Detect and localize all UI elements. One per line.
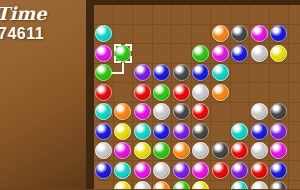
- cell-r1-c7[interactable]: [211, 5, 231, 25]
- black-ball[interactable]: [212, 142, 229, 159]
- black-ball[interactable]: [173, 64, 190, 81]
- cell-r4-c8[interactable]: [231, 64, 251, 84]
- selection-corner-br: [125, 56, 132, 63]
- red-ball[interactable]: [212, 162, 229, 179]
- silver-ball[interactable]: [95, 142, 112, 159]
- cell-r2-c3[interactable]: [133, 25, 153, 45]
- selection-marker: [114, 44, 134, 64]
- magenta-ball[interactable]: [212, 45, 229, 62]
- cell-r2-c11[interactable]: [289, 25, 300, 45]
- cell-r6-c8[interactable]: [231, 103, 251, 123]
- cyan-ball[interactable]: [231, 123, 248, 140]
- cell-r2-c6[interactable]: [192, 25, 212, 45]
- cell-r10-c7[interactable]: [211, 181, 231, 190]
- selection-corner-tr: [125, 44, 132, 51]
- board-frame: [86, 0, 300, 189]
- black-ball[interactable]: [192, 123, 209, 140]
- time-label: Time: [0, 3, 47, 24]
- cell-r3-c3[interactable]: [133, 44, 153, 64]
- cell-r1-c2[interactable]: [114, 5, 134, 25]
- red-ball[interactable]: [134, 84, 151, 101]
- cyan-ball[interactable]: [134, 123, 151, 140]
- cell-r5-c11[interactable]: [289, 83, 300, 103]
- cyan-ball[interactable]: [114, 162, 131, 179]
- cell-r2-c4[interactable]: [153, 25, 173, 45]
- magenta-ball[interactable]: [134, 103, 151, 120]
- time-value: 74611: [0, 25, 44, 43]
- red-ball[interactable]: [173, 84, 190, 101]
- blue-ball[interactable]: [251, 123, 268, 140]
- silver-ball[interactable]: [251, 103, 268, 120]
- cell-r1-c8[interactable]: [231, 5, 251, 25]
- green-ball[interactable]: [95, 64, 112, 81]
- game-screen: Time 74611: [0, 0, 300, 189]
- cell-r1-c10[interactable]: [270, 5, 290, 25]
- blue-ball[interactable]: [270, 162, 287, 179]
- game-board[interactable]: [94, 5, 300, 189]
- cell-r1-c6[interactable]: [192, 5, 212, 25]
- cell-r7-c7[interactable]: [211, 122, 231, 142]
- cell-r10-c11[interactable]: [289, 181, 300, 190]
- cell-r6-c7[interactable]: [211, 103, 231, 123]
- selection-corner-bl: [114, 56, 121, 63]
- silver-ball[interactable]: [192, 84, 209, 101]
- cell-r5-c8[interactable]: [231, 83, 251, 103]
- orange-ball[interactable]: [212, 84, 229, 101]
- red-ball[interactable]: [95, 84, 112, 101]
- cell-r4-c11[interactable]: [289, 64, 300, 84]
- magenta-ball[interactable]: [134, 162, 151, 179]
- green-ball[interactable]: [173, 181, 190, 189]
- cell-r1-c11[interactable]: [289, 5, 300, 25]
- black-ball[interactable]: [173, 103, 190, 120]
- blue-ball[interactable]: [153, 123, 170, 140]
- cell-r2-c2[interactable]: [114, 25, 134, 45]
- cell-r1-c4[interactable]: [153, 5, 173, 25]
- silver-ball[interactable]: [251, 181, 268, 189]
- cell-r1-c5[interactable]: [172, 5, 192, 25]
- cell-r5-c9[interactable]: [250, 83, 270, 103]
- cyan-ball[interactable]: [95, 103, 112, 120]
- selection-corner-tl: [114, 44, 121, 51]
- cell-r3-c5[interactable]: [172, 44, 192, 64]
- cell-r3-c4[interactable]: [153, 44, 173, 64]
- green-ball[interactable]: [153, 84, 170, 101]
- cell-r4-c9[interactable]: [250, 64, 270, 84]
- cell-r3-c11[interactable]: [289, 44, 300, 64]
- orange-ball[interactable]: [173, 142, 190, 159]
- side-panel: Time 74611: [0, 0, 86, 189]
- orange-ball[interactable]: [212, 25, 229, 42]
- cell-r6-c11[interactable]: [289, 103, 300, 123]
- blue-ball[interactable]: [95, 162, 112, 179]
- cyan-ball[interactable]: [212, 64, 229, 81]
- blue-ball[interactable]: [231, 45, 248, 62]
- purple-ball[interactable]: [134, 64, 151, 81]
- purple-ball[interactable]: [173, 162, 190, 179]
- cell-r4-c10[interactable]: [270, 64, 290, 84]
- silver-ball[interactable]: [153, 162, 170, 179]
- magenta-ball[interactable]: [95, 45, 112, 62]
- purple-ball[interactable]: [173, 123, 190, 140]
- yellow-ball[interactable]: [270, 45, 287, 62]
- purple-ball[interactable]: [270, 123, 287, 140]
- silver-ball[interactable]: [134, 181, 151, 189]
- cell-r1-c1[interactable]: [94, 5, 114, 25]
- cell-r10-c1[interactable]: [94, 181, 114, 190]
- yellow-ball[interactable]: [134, 142, 151, 159]
- cell-r8-c11[interactable]: [289, 142, 300, 162]
- cell-r1-c9[interactable]: [250, 5, 270, 25]
- magenta-ball[interactable]: [251, 25, 268, 42]
- yellow-ball[interactable]: [114, 123, 131, 140]
- green-ball[interactable]: [192, 45, 209, 62]
- red-ball[interactable]: [251, 162, 268, 179]
- magenta-ball[interactable]: [192, 162, 209, 179]
- silver-ball[interactable]: [251, 142, 268, 159]
- cell-r7-c11[interactable]: [289, 122, 300, 142]
- cell-r5-c10[interactable]: [270, 83, 290, 103]
- cell-r5-c2[interactable]: [114, 83, 134, 103]
- blue-ball[interactable]: [95, 123, 112, 140]
- cyan-ball[interactable]: [95, 25, 112, 42]
- purple-ball[interactable]: [231, 162, 248, 179]
- cell-r2-c5[interactable]: [172, 25, 192, 45]
- cell-r9-c11[interactable]: [289, 161, 300, 181]
- cell-r1-c3[interactable]: [133, 5, 153, 25]
- silver-ball[interactable]: [251, 45, 268, 62]
